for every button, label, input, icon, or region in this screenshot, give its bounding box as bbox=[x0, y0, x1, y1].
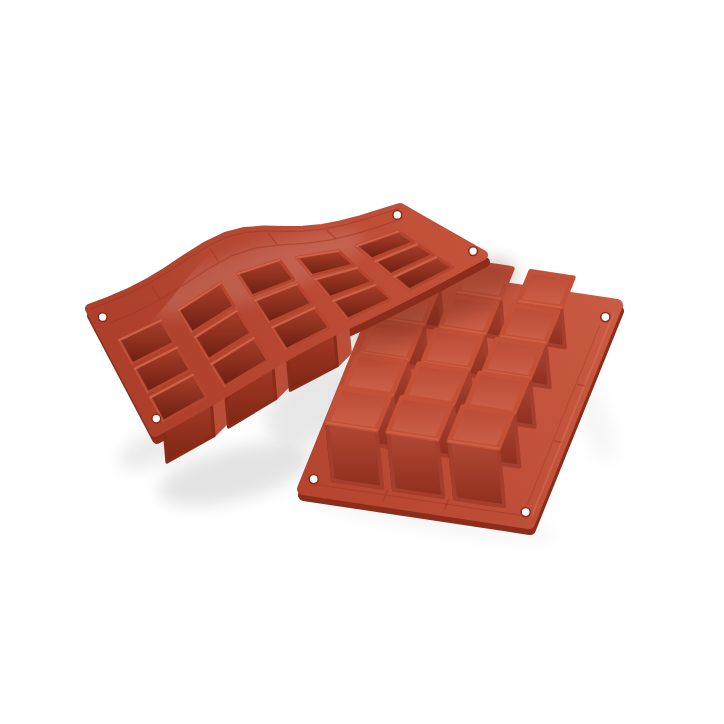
scene-svg bbox=[0, 0, 724, 724]
tick-mark bbox=[578, 385, 585, 386]
corner-hole bbox=[601, 313, 610, 322]
cube-front-face bbox=[449, 441, 504, 506]
corner-hole bbox=[98, 313, 107, 322]
corner-hole bbox=[152, 414, 161, 423]
cube-front-face bbox=[388, 432, 443, 498]
corner-hole bbox=[309, 475, 318, 484]
tick-mark bbox=[555, 441, 562, 442]
corner-hole bbox=[393, 211, 402, 220]
corner-hole bbox=[469, 247, 478, 256]
corner-hole bbox=[521, 507, 530, 516]
product-photo bbox=[0, 0, 724, 724]
cube-front-face bbox=[327, 423, 382, 488]
